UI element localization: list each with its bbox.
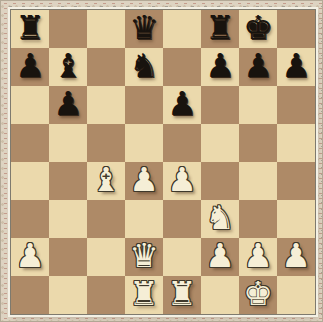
piece-black-rook-f8[interactable]: ♜ xyxy=(205,9,235,47)
square-d2[interactable]: ♛ xyxy=(125,238,163,276)
square-b1[interactable] xyxy=(49,276,87,314)
square-d6[interactable] xyxy=(125,86,163,124)
square-b8[interactable] xyxy=(49,10,87,48)
square-g3[interactable] xyxy=(239,200,277,238)
square-c8[interactable] xyxy=(87,10,125,48)
square-a2[interactable]: ♟ xyxy=(11,238,49,276)
square-c4[interactable]: ♝ xyxy=(87,162,125,200)
piece-white-bishop-c4[interactable]: ♝ xyxy=(91,161,121,199)
square-c6[interactable] xyxy=(87,86,125,124)
square-f4[interactable] xyxy=(201,162,239,200)
square-g7[interactable]: ♟ xyxy=(239,48,277,86)
square-d8[interactable]: ♛ xyxy=(125,10,163,48)
square-h1[interactable] xyxy=(277,276,315,314)
square-d7[interactable]: ♞ xyxy=(125,48,163,86)
square-e7[interactable] xyxy=(163,48,201,86)
piece-white-pawn-d4[interactable]: ♟ xyxy=(129,161,159,199)
square-b7[interactable]: ♝ xyxy=(49,48,87,86)
square-g2[interactable]: ♟ xyxy=(239,238,277,276)
piece-black-pawn-b6[interactable]: ♟ xyxy=(53,85,83,123)
square-g4[interactable] xyxy=(239,162,277,200)
square-d5[interactable] xyxy=(125,124,163,162)
piece-white-king-g1[interactable]: ♚ xyxy=(243,275,273,313)
square-f8[interactable]: ♜ xyxy=(201,10,239,48)
square-f5[interactable] xyxy=(201,124,239,162)
piece-white-knight-f3[interactable]: ♞ xyxy=(205,199,235,237)
square-a3[interactable] xyxy=(11,200,49,238)
piece-white-rook-e1[interactable]: ♜ xyxy=(167,275,197,313)
square-d1[interactable]: ♜ xyxy=(125,276,163,314)
square-f2[interactable]: ♟ xyxy=(201,238,239,276)
square-f7[interactable]: ♟ xyxy=(201,48,239,86)
square-b3[interactable] xyxy=(49,200,87,238)
piece-black-bishop-b7[interactable]: ♝ xyxy=(53,47,83,85)
piece-white-pawn-f2[interactable]: ♟ xyxy=(205,237,235,275)
piece-black-pawn-h7[interactable]: ♟ xyxy=(281,47,311,85)
piece-black-pawn-g7[interactable]: ♟ xyxy=(243,47,273,85)
square-a5[interactable] xyxy=(11,124,49,162)
square-e1[interactable]: ♜ xyxy=(163,276,201,314)
board-frame: ♜♛♜♚♟♝♞♟♟♟♟♟♝♟♟♞♟♛♟♟♟♜♜♚ xyxy=(0,0,323,322)
piece-black-queen-d8[interactable]: ♛ xyxy=(129,9,159,47)
square-f1[interactable] xyxy=(201,276,239,314)
square-h5[interactable] xyxy=(277,124,315,162)
piece-black-rook-a8[interactable]: ♜ xyxy=(15,9,45,47)
square-b2[interactable] xyxy=(49,238,87,276)
piece-white-queen-d2[interactable]: ♛ xyxy=(129,237,159,275)
square-a7[interactable]: ♟ xyxy=(11,48,49,86)
square-h6[interactable] xyxy=(277,86,315,124)
square-h4[interactable] xyxy=(277,162,315,200)
square-d3[interactable] xyxy=(125,200,163,238)
square-e5[interactable] xyxy=(163,124,201,162)
piece-black-pawn-a7[interactable]: ♟ xyxy=(15,47,45,85)
square-c2[interactable] xyxy=(87,238,125,276)
square-g1[interactable]: ♚ xyxy=(239,276,277,314)
piece-white-pawn-g2[interactable]: ♟ xyxy=(243,237,273,275)
square-h2[interactable]: ♟ xyxy=(277,238,315,276)
square-e4[interactable]: ♟ xyxy=(163,162,201,200)
square-b6[interactable]: ♟ xyxy=(49,86,87,124)
square-c7[interactable] xyxy=(87,48,125,86)
square-b4[interactable] xyxy=(49,162,87,200)
piece-black-king-g8[interactable]: ♚ xyxy=(243,9,273,47)
piece-black-pawn-f7[interactable]: ♟ xyxy=(205,47,235,85)
square-c3[interactable] xyxy=(87,200,125,238)
square-e2[interactable] xyxy=(163,238,201,276)
piece-white-pawn-a2[interactable]: ♟ xyxy=(15,237,45,275)
board-border: ♜♛♜♚♟♝♞♟♟♟♟♟♝♟♟♞♟♛♟♟♟♜♜♚ xyxy=(10,9,316,315)
square-a8[interactable]: ♜ xyxy=(11,10,49,48)
chess-board: ♜♛♜♚♟♝♞♟♟♟♟♟♝♟♟♞♟♛♟♟♟♜♜♚ xyxy=(11,10,315,314)
square-b5[interactable] xyxy=(49,124,87,162)
piece-white-pawn-h2[interactable]: ♟ xyxy=(281,237,311,275)
square-g5[interactable] xyxy=(239,124,277,162)
square-a1[interactable] xyxy=(11,276,49,314)
square-f3[interactable]: ♞ xyxy=(201,200,239,238)
square-c1[interactable] xyxy=(87,276,125,314)
square-h3[interactable] xyxy=(277,200,315,238)
square-g6[interactable] xyxy=(239,86,277,124)
square-d4[interactable]: ♟ xyxy=(125,162,163,200)
square-a4[interactable] xyxy=(11,162,49,200)
square-f6[interactable] xyxy=(201,86,239,124)
square-c5[interactable] xyxy=(87,124,125,162)
square-h7[interactable]: ♟ xyxy=(277,48,315,86)
piece-black-knight-d7[interactable]: ♞ xyxy=(129,47,159,85)
piece-white-pawn-e4[interactable]: ♟ xyxy=(167,161,197,199)
square-g8[interactable]: ♚ xyxy=(239,10,277,48)
square-a6[interactable] xyxy=(11,86,49,124)
square-e8[interactable] xyxy=(163,10,201,48)
square-h8[interactable] xyxy=(277,10,315,48)
square-e6[interactable]: ♟ xyxy=(163,86,201,124)
piece-black-pawn-e6[interactable]: ♟ xyxy=(167,85,197,123)
piece-white-rook-d1[interactable]: ♜ xyxy=(129,275,159,313)
square-e3[interactable] xyxy=(163,200,201,238)
